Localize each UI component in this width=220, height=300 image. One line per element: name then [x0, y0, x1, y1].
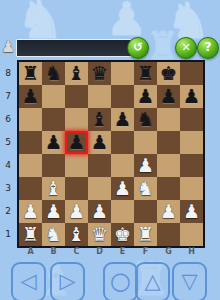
- rank-label: 7: [0, 85, 16, 108]
- square-d1[interactable]: ♛: [88, 223, 111, 246]
- square-c5[interactable]: ♟: [65, 131, 88, 154]
- rank-label: 6: [0, 108, 16, 131]
- rank-label: 8: [0, 62, 16, 85]
- square-g5[interactable]: [157, 131, 180, 154]
- square-f8[interactable]: ♜: [134, 62, 157, 85]
- square-a6[interactable]: [19, 108, 42, 131]
- piece-white-rook: ♜: [134, 223, 157, 246]
- piece-black-bishop: ♝: [65, 62, 88, 85]
- piece-black-pawn: ♟: [134, 85, 157, 108]
- square-c1[interactable]: ♝: [65, 223, 88, 246]
- file-label: F: [134, 246, 157, 257]
- square-d2[interactable]: ♟: [88, 200, 111, 223]
- file-label: G: [157, 246, 180, 257]
- file-label: H: [180, 246, 203, 257]
- piece-white-bishop: ♝: [42, 177, 65, 200]
- prev-button[interactable]: ◁: [11, 262, 46, 300]
- rank-label: 1: [0, 223, 16, 246]
- square-e8[interactable]: [111, 62, 134, 85]
- square-a1[interactable]: ♜: [19, 223, 42, 246]
- square-e7[interactable]: [111, 85, 134, 108]
- square-h4[interactable]: [180, 154, 203, 177]
- square-d3[interactable]: [88, 177, 111, 200]
- help-button[interactable]: ?: [197, 37, 219, 59]
- square-g4[interactable]: [157, 154, 180, 177]
- square-b8[interactable]: ♞: [42, 62, 65, 85]
- piece-white-pawn: ♟: [65, 200, 88, 223]
- piece-white-queen: ♛: [88, 223, 111, 246]
- square-a7[interactable]: ♟: [19, 85, 42, 108]
- piece-black-pawn: ♟: [19, 85, 42, 108]
- square-g2[interactable]: ♟: [157, 200, 180, 223]
- piece-white-pawn: ♟: [134, 154, 157, 177]
- rank-label: 5: [0, 131, 16, 154]
- square-c3[interactable]: [65, 177, 88, 200]
- square-g1[interactable]: [157, 223, 180, 246]
- square-h5[interactable]: [180, 131, 203, 154]
- square-a8[interactable]: ♜: [19, 62, 42, 85]
- square-c2[interactable]: ♟: [65, 200, 88, 223]
- square-c4[interactable]: [65, 154, 88, 177]
- file-label: A: [19, 246, 42, 257]
- square-h1[interactable]: [180, 223, 203, 246]
- rank-label: 3: [0, 177, 16, 200]
- undo-button[interactable]: ↺: [127, 37, 149, 59]
- piece-black-pawn: ♟: [88, 131, 111, 154]
- pawn-icon: ♟: [1, 37, 15, 56]
- square-g7[interactable]: ♟: [157, 85, 180, 108]
- file-label: C: [65, 246, 88, 257]
- square-b4[interactable]: [42, 154, 65, 177]
- piece-white-king: ♚: [111, 223, 134, 246]
- square-h2[interactable]: ♟: [180, 200, 203, 223]
- square-e6[interactable]: ♟: [111, 108, 134, 131]
- square-c6[interactable]: [65, 108, 88, 131]
- square-b7[interactable]: [42, 85, 65, 108]
- square-g3[interactable]: [157, 177, 180, 200]
- piece-black-pawn: ♟: [65, 131, 88, 154]
- rank-labels: 87654321: [0, 62, 16, 246]
- square-d6[interactable]: ♝: [88, 108, 111, 131]
- square-c7[interactable]: [65, 85, 88, 108]
- square-a5[interactable]: [19, 131, 42, 154]
- piece-white-knight: ♞: [134, 177, 157, 200]
- piece-black-pawn: ♟: [180, 85, 203, 108]
- piece-white-knight: ♞: [42, 223, 65, 246]
- square-b3[interactable]: ♝: [42, 177, 65, 200]
- piece-white-pawn: ♟: [111, 177, 134, 200]
- square-f2[interactable]: [134, 200, 157, 223]
- square-b2[interactable]: ♟: [42, 200, 65, 223]
- piece-white-bishop: ♝: [65, 223, 88, 246]
- square-f3[interactable]: ♞: [134, 177, 157, 200]
- board: ♜♞♝♛♜♚♟♟♟♟♝♟♞♟♟♟♟♝♟♞♟♟♟♟♟♟♜♞♝♛♚♜: [17, 60, 205, 248]
- piece-white-rook: ♜: [19, 223, 42, 246]
- square-e2[interactable]: [111, 200, 134, 223]
- square-h7[interactable]: ♟: [180, 85, 203, 108]
- piece-white-pawn: ♟: [157, 200, 180, 223]
- triangle-down-button[interactable]: ▽: [172, 262, 207, 300]
- file-label: E: [111, 246, 134, 257]
- piece-black-pawn: ♟: [42, 131, 65, 154]
- square-f7[interactable]: ♟: [134, 85, 157, 108]
- piece-black-pawn: ♟: [157, 85, 180, 108]
- square-c8[interactable]: ♝: [65, 62, 88, 85]
- square-b6[interactable]: [42, 108, 65, 131]
- piece-black-knight: ♞: [134, 108, 157, 131]
- piece-white-pawn: ♟: [19, 200, 42, 223]
- square-e4[interactable]: [111, 154, 134, 177]
- piece-white-pawn: ♟: [88, 200, 111, 223]
- square-b1[interactable]: ♞: [42, 223, 65, 246]
- next-button[interactable]: ▷: [50, 262, 85, 300]
- triangle-up-button[interactable]: △: [135, 262, 170, 300]
- square-e5[interactable]: [111, 131, 134, 154]
- chess-app-window: ♞ ♟ ♞ ♜ ♝ ♜ ♟ ↺ ✕ ? 87654321 ♜♞♝♛♜♚♟♟♟♟♝…: [0, 0, 220, 300]
- square-h8[interactable]: [180, 62, 203, 85]
- file-labels: ABCDEFGH: [19, 246, 203, 257]
- square-e1[interactable]: ♚: [111, 223, 134, 246]
- piece-black-rook: ♜: [134, 62, 157, 85]
- square-h6[interactable]: [180, 108, 203, 131]
- piece-black-knight: ♞: [42, 62, 65, 85]
- square-f5[interactable]: [134, 131, 157, 154]
- square-f6[interactable]: ♞: [134, 108, 157, 131]
- square-f4[interactable]: ♟: [134, 154, 157, 177]
- file-label: B: [42, 246, 65, 257]
- rank-label: 2: [0, 200, 16, 223]
- file-label: D: [88, 246, 111, 257]
- circle-button[interactable]: ○: [103, 262, 138, 300]
- square-a2[interactable]: ♟: [19, 200, 42, 223]
- rank-label: 4: [0, 154, 16, 177]
- square-h3[interactable]: [180, 177, 203, 200]
- square-f1[interactable]: ♜: [134, 223, 157, 246]
- square-d7[interactable]: [88, 85, 111, 108]
- piece-black-king: ♚: [157, 62, 180, 85]
- piece-white-pawn: ♟: [42, 200, 65, 223]
- square-a4[interactable]: [19, 154, 42, 177]
- piece-black-pawn: ♟: [111, 108, 134, 131]
- piece-black-bishop: ♝: [88, 108, 111, 131]
- piece-white-pawn: ♟: [180, 200, 203, 223]
- square-b5[interactable]: ♟: [42, 131, 65, 154]
- piece-black-rook: ♜: [19, 62, 42, 85]
- square-g8[interactable]: ♚: [157, 62, 180, 85]
- close-button[interactable]: ✕: [175, 37, 197, 59]
- square-e3[interactable]: ♟: [111, 177, 134, 200]
- square-a3[interactable]: [19, 177, 42, 200]
- square-d4[interactable]: [88, 154, 111, 177]
- square-d5[interactable]: ♟: [88, 131, 111, 154]
- piece-black-queen: ♛: [88, 62, 111, 85]
- move-input[interactable]: [16, 39, 132, 57]
- square-d8[interactable]: ♛: [88, 62, 111, 85]
- square-g6[interactable]: [157, 108, 180, 131]
